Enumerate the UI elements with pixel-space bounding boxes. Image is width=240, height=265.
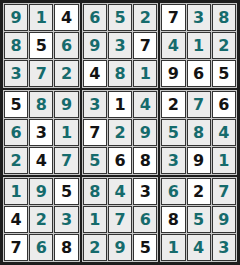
cell-r9c4: 2 xyxy=(83,234,107,261)
cell-r2c6[interactable]: 7 xyxy=(133,32,157,59)
cell-r8c1[interactable]: 4 xyxy=(4,206,28,233)
cell-r9c7: 1 xyxy=(161,234,185,261)
cell-r9c2: 6 xyxy=(29,234,53,261)
cell-r7c3[interactable]: 5 xyxy=(54,178,78,205)
cell-r1c4: 6 xyxy=(83,4,107,31)
cell-r9c8: 4 xyxy=(187,234,211,261)
cell-r6c8[interactable]: 9 xyxy=(187,147,211,174)
box-3-1: 195423768 xyxy=(3,177,80,262)
cell-r3c5: 8 xyxy=(108,60,132,87)
cell-r7c7: 6 xyxy=(161,178,185,205)
cell-r9c6[interactable]: 5 xyxy=(133,234,157,261)
cell-r2c1: 8 xyxy=(4,32,28,59)
cell-r7c2: 9 xyxy=(29,178,53,205)
cell-r3c8[interactable]: 6 xyxy=(187,60,211,87)
cell-r8c2: 2 xyxy=(29,206,53,233)
cell-r5c2[interactable]: 3 xyxy=(29,119,53,146)
box-3-2: 843176295 xyxy=(82,177,159,262)
cell-r2c2[interactable]: 5 xyxy=(29,32,53,59)
cell-r3c1: 3 xyxy=(4,60,28,87)
cell-r8c4: 1 xyxy=(83,206,107,233)
box-2-2: 314729568 xyxy=(82,90,159,175)
cell-r1c7[interactable]: 7 xyxy=(161,4,185,31)
cell-r1c2: 1 xyxy=(29,4,53,31)
cell-r8c5: 7 xyxy=(108,206,132,233)
cell-r5c6: 9 xyxy=(133,119,157,146)
cell-r7c1: 1 xyxy=(4,178,28,205)
cell-r4c9[interactable]: 6 xyxy=(212,91,236,118)
cell-r7c5: 4 xyxy=(108,178,132,205)
cell-r6c7: 3 xyxy=(161,147,185,174)
cell-r9c1[interactable]: 7 xyxy=(4,234,28,261)
cell-r1c9: 8 xyxy=(212,4,236,31)
cell-r7c4: 8 xyxy=(83,178,107,205)
cell-r6c3: 7 xyxy=(54,147,78,174)
cell-r4c8: 7 xyxy=(187,91,211,118)
cell-r3c6: 1 xyxy=(133,60,157,87)
box-1-2: 652937481 xyxy=(82,3,159,88)
box-2-1: 589631247 xyxy=(3,90,80,175)
box-1-3: 738412965 xyxy=(160,3,237,88)
box-1-1: 914856372 xyxy=(3,3,80,88)
cell-r6c5[interactable]: 6 xyxy=(108,147,132,174)
cell-r2c8: 1 xyxy=(187,32,211,59)
cell-r1c1: 9 xyxy=(4,4,28,31)
box-2-3: 276584391 xyxy=(160,90,237,175)
cell-r6c9: 1 xyxy=(212,147,236,174)
cell-r5c3: 1 xyxy=(54,119,78,146)
cell-r7c6[interactable]: 3 xyxy=(133,178,157,205)
cell-r3c2: 7 xyxy=(29,60,53,87)
cell-r4c5[interactable]: 1 xyxy=(108,91,132,118)
cell-r5c7: 5 xyxy=(161,119,185,146)
cell-r7c9: 7 xyxy=(212,178,236,205)
cell-r1c8: 3 xyxy=(187,4,211,31)
cell-r8c8: 5 xyxy=(187,206,211,233)
cell-r3c9[interactable]: 5 xyxy=(212,60,236,87)
cell-r2c5: 3 xyxy=(108,32,132,59)
cell-r7c8[interactable]: 2 xyxy=(187,178,211,205)
cell-r4c7[interactable]: 2 xyxy=(161,91,185,118)
cell-r6c4: 5 xyxy=(83,147,107,174)
cell-r5c9: 4 xyxy=(212,119,236,146)
cell-r4c3: 9 xyxy=(54,91,78,118)
cell-r3c7[interactable]: 9 xyxy=(161,60,185,87)
cell-r8c7[interactable]: 8 xyxy=(161,206,185,233)
cell-r6c2[interactable]: 4 xyxy=(29,147,53,174)
cell-r2c7: 4 xyxy=(161,32,185,59)
cell-r1c6: 2 xyxy=(133,4,157,31)
cell-r5c8: 8 xyxy=(187,119,211,146)
cell-r2c4: 9 xyxy=(83,32,107,59)
cell-r8c9: 9 xyxy=(212,206,236,233)
box-3-3: 627859143 xyxy=(160,177,237,262)
cell-r4c2: 8 xyxy=(29,91,53,118)
cell-r9c5: 9 xyxy=(108,234,132,261)
cell-r6c1: 2 xyxy=(4,147,28,174)
cell-r6c6[interactable]: 8 xyxy=(133,147,157,174)
cell-r9c3[interactable]: 8 xyxy=(54,234,78,261)
cell-r2c3: 6 xyxy=(54,32,78,59)
cell-r3c4[interactable]: 4 xyxy=(83,60,107,87)
cell-r8c3: 3 xyxy=(54,206,78,233)
cell-r1c5: 5 xyxy=(108,4,132,31)
cell-r4c6: 4 xyxy=(133,91,157,118)
cell-r5c1: 6 xyxy=(4,119,28,146)
cell-r2c9: 2 xyxy=(212,32,236,59)
cell-r4c4: 3 xyxy=(83,91,107,118)
cell-r8c6: 6 xyxy=(133,206,157,233)
sudoku-board: 9148563726529374817384129655896312473147… xyxy=(0,0,240,265)
cell-r5c5: 2 xyxy=(108,119,132,146)
cell-r3c3: 2 xyxy=(54,60,78,87)
cell-r4c1[interactable]: 5 xyxy=(4,91,28,118)
cell-r1c3[interactable]: 4 xyxy=(54,4,78,31)
cell-r9c9: 3 xyxy=(212,234,236,261)
cell-r5c4[interactable]: 7 xyxy=(83,119,107,146)
